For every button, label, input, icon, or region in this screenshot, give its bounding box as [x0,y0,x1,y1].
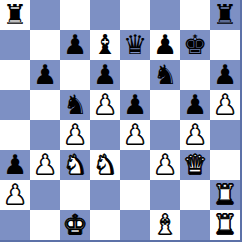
square-c3[interactable]: ♞ [60,150,90,180]
square-b5[interactable] [30,90,60,120]
square-h4[interactable] [210,120,240,150]
piece-white-pawn[interactable]: ♟ [123,121,147,148]
square-e4[interactable]: ♟ [120,120,150,150]
square-h6[interactable]: ♟ [210,60,240,90]
chess-board: ♜♜♟♝♛♟♚♟♟♞♟♞♟♟♟♟♟♟♟♟♟♞♞♟♛♟♜♚♝♜ [0,0,242,242]
square-a2[interactable]: ♟ [0,180,30,210]
square-e1[interactable] [120,210,150,240]
square-a5[interactable] [0,90,30,120]
square-e8[interactable] [120,0,150,30]
square-g6[interactable] [180,60,210,90]
square-f1[interactable]: ♝ [150,210,180,240]
piece-white-bishop[interactable]: ♝ [153,211,177,238]
square-a4[interactable] [0,120,30,150]
piece-white-pawn[interactable]: ♟ [153,151,177,178]
square-c2[interactable] [60,180,90,210]
piece-white-pawn[interactable]: ♟ [3,181,27,208]
piece-black-pawn[interactable]: ♟ [33,61,57,88]
square-c6[interactable] [60,60,90,90]
square-h8[interactable]: ♜ [210,0,240,30]
square-c4[interactable]: ♟ [60,120,90,150]
square-g3[interactable]: ♛ [180,150,210,180]
square-b1[interactable] [30,210,60,240]
square-e5[interactable]: ♟ [120,90,150,120]
square-a8[interactable]: ♜ [0,0,30,30]
piece-white-pawn[interactable]: ♟ [93,91,117,118]
piece-white-pawn[interactable]: ♟ [63,121,87,148]
square-e6[interactable] [120,60,150,90]
square-g2[interactable] [180,180,210,210]
square-e3[interactable] [120,150,150,180]
square-d8[interactable] [90,0,120,30]
square-f6[interactable]: ♞ [150,60,180,90]
square-d3[interactable]: ♞ [90,150,120,180]
square-f5[interactable] [150,90,180,120]
square-f4[interactable] [150,120,180,150]
square-g1[interactable] [180,210,210,240]
square-a3[interactable]: ♟ [0,150,30,180]
square-c7[interactable]: ♟ [60,30,90,60]
piece-black-knight[interactable]: ♞ [153,61,177,88]
piece-black-pawn[interactable]: ♟ [123,91,147,118]
square-f7[interactable]: ♟ [150,30,180,60]
piece-black-king[interactable]: ♚ [183,31,207,58]
square-a7[interactable] [0,30,30,60]
piece-white-king[interactable]: ♚ [63,211,87,238]
piece-black-pawn[interactable]: ♟ [183,91,207,118]
chess-board-screenshot: ♜♜♟♝♛♟♚♟♟♞♟♞♟♟♟♟♟♟♟♟♟♞♞♟♛♟♜♚♝♜ [0,0,242,242]
piece-white-pawn[interactable]: ♟ [213,91,237,118]
piece-black-rook[interactable]: ♜ [213,1,237,28]
piece-black-bishop[interactable]: ♝ [93,31,117,58]
square-b4[interactable] [30,120,60,150]
piece-black-pawn[interactable]: ♟ [93,61,117,88]
square-b8[interactable] [30,0,60,30]
square-f8[interactable] [150,0,180,30]
square-b3[interactable]: ♟ [30,150,60,180]
square-b6[interactable]: ♟ [30,60,60,90]
square-e2[interactable] [120,180,150,210]
square-f3[interactable]: ♟ [150,150,180,180]
piece-black-rook[interactable]: ♜ [3,1,27,28]
piece-white-knight[interactable]: ♞ [63,151,87,178]
square-b2[interactable] [30,180,60,210]
square-d1[interactable] [90,210,120,240]
square-g7[interactable]: ♚ [180,30,210,60]
piece-black-knight[interactable]: ♞ [63,91,87,118]
square-c1[interactable]: ♚ [60,210,90,240]
piece-white-pawn[interactable]: ♟ [33,151,57,178]
square-e7[interactable]: ♛ [120,30,150,60]
square-b7[interactable] [30,30,60,60]
square-g8[interactable] [180,0,210,30]
square-f2[interactable] [150,180,180,210]
piece-white-rook[interactable]: ♜ [213,211,237,238]
square-d2[interactable] [90,180,120,210]
square-g5[interactable]: ♟ [180,90,210,120]
piece-black-pawn[interactable]: ♟ [213,61,237,88]
square-a6[interactable] [0,60,30,90]
square-h3[interactable] [210,150,240,180]
piece-white-pawn[interactable]: ♟ [183,121,207,148]
piece-black-pawn[interactable]: ♟ [153,31,177,58]
square-h2[interactable]: ♜ [210,180,240,210]
piece-black-queen[interactable]: ♛ [123,31,147,58]
square-d6[interactable]: ♟ [90,60,120,90]
square-g4[interactable]: ♟ [180,120,210,150]
square-h7[interactable] [210,30,240,60]
square-d7[interactable]: ♝ [90,30,120,60]
piece-white-queen[interactable]: ♛ [183,151,207,178]
square-a1[interactable] [0,210,30,240]
square-d4[interactable] [90,120,120,150]
square-h5[interactable]: ♟ [210,90,240,120]
square-h1[interactable]: ♜ [210,210,240,240]
piece-white-rook[interactable]: ♜ [213,181,237,208]
piece-black-pawn[interactable]: ♟ [63,31,87,58]
piece-black-pawn[interactable]: ♟ [3,151,27,178]
square-c5[interactable]: ♞ [60,90,90,120]
piece-white-knight[interactable]: ♞ [93,151,117,178]
square-d5[interactable]: ♟ [90,90,120,120]
square-c8[interactable] [60,0,90,30]
